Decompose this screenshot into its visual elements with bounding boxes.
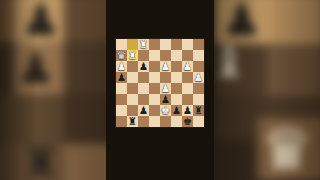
square-b1[interactable]: ♜ — [127, 116, 138, 127]
square-a6[interactable]: ♟ — [116, 61, 127, 72]
square-f4[interactable] — [171, 83, 182, 94]
square-e2[interactable]: ♚ — [160, 105, 171, 116]
square-h4[interactable] — [193, 83, 204, 94]
blurred-board-square — [215, 140, 257, 180]
piece-black-pawn: ♟ — [183, 105, 192, 116]
chess-board[interactable]: ♜♛♜♟♟♟♟♟♟♟♟♟♚♟♟♜♜♚ — [116, 39, 204, 127]
square-a5[interactable]: ♟ — [116, 72, 127, 83]
square-c7[interactable] — [138, 50, 149, 61]
square-e5[interactable] — [160, 72, 171, 83]
blurred-board-square — [64, 0, 107, 42]
square-a7[interactable]: ♛ — [116, 50, 127, 61]
square-f7[interactable] — [171, 50, 182, 61]
square-c6[interactable]: ♟ — [138, 61, 149, 72]
square-a4[interactable] — [116, 83, 127, 94]
square-e7[interactable] — [160, 50, 171, 61]
piece-white-pawn: ♟ — [161, 61, 170, 72]
piece-white-king: ♚ — [161, 105, 170, 116]
square-a1[interactable] — [116, 116, 127, 127]
square-d2[interactable] — [149, 105, 160, 116]
background-blur-left-content: ♟♟♜ — [0, 0, 107, 180]
blurred-board-square — [0, 42, 14, 94]
square-b8[interactable] — [127, 39, 138, 50]
square-c1[interactable] — [138, 116, 149, 127]
square-c2[interactable]: ♟ — [138, 105, 149, 116]
square-f5[interactable] — [171, 72, 182, 83]
background-blur-left: ♟♟♜ — [0, 0, 107, 180]
square-h5[interactable]: ♟ — [193, 72, 204, 83]
blurred-board-square — [0, 0, 14, 42]
background-blur-right-content: ♟♝♛ — [213, 0, 320, 180]
square-g2[interactable]: ♟ — [182, 105, 193, 116]
square-f8[interactable] — [171, 39, 182, 50]
square-c5[interactable] — [138, 72, 149, 83]
square-b4[interactable] — [127, 83, 138, 94]
square-f6[interactable] — [171, 61, 182, 72]
blurred-board-square — [64, 94, 107, 144]
square-c4[interactable] — [138, 83, 149, 94]
piece-white-rook: ♜ — [139, 39, 148, 50]
square-d4[interactable] — [149, 83, 160, 94]
square-b6[interactable] — [127, 61, 138, 72]
square-e1[interactable] — [160, 116, 171, 127]
blurred-board-square — [64, 144, 107, 180]
square-f1[interactable] — [171, 116, 182, 127]
square-e3[interactable]: ♟ — [160, 94, 171, 105]
square-d1[interactable] — [149, 116, 160, 127]
background-blur-right: ♟♝♛ — [213, 0, 320, 180]
piece-white-pawn: ♟ — [183, 61, 192, 72]
square-f3[interactable] — [171, 94, 182, 105]
square-b5[interactable] — [127, 72, 138, 83]
blurred-white-bishop-icon: ♝ — [213, 40, 248, 84]
square-d5[interactable] — [149, 72, 160, 83]
blurred-black-pawn-icon: ♟ — [16, 46, 55, 90]
square-h7[interactable] — [193, 50, 204, 61]
square-f2[interactable]: ♟ — [171, 105, 182, 116]
piece-white-queen: ♛ — [117, 50, 126, 61]
square-g6[interactable]: ♟ — [182, 61, 193, 72]
piece-white-pawn: ♟ — [194, 72, 203, 83]
square-a3[interactable] — [116, 94, 127, 105]
square-a8[interactable] — [116, 39, 127, 50]
square-c3[interactable] — [138, 94, 149, 105]
piece-white-rook: ♜ — [128, 50, 137, 61]
piece-white-pawn: ♟ — [161, 83, 170, 94]
square-e8[interactable] — [160, 39, 171, 50]
square-g5[interactable] — [182, 72, 193, 83]
piece-black-rook: ♜ — [194, 105, 203, 116]
piece-black-pawn: ♟ — [139, 61, 148, 72]
square-b3[interactable] — [127, 94, 138, 105]
square-d6[interactable] — [149, 61, 160, 72]
square-g1[interactable]: ♚ — [182, 116, 193, 127]
piece-black-rook: ♜ — [128, 116, 137, 127]
blurred-black-pawn-icon: ♟ — [20, 0, 61, 42]
square-g4[interactable] — [182, 83, 193, 94]
square-c8[interactable]: ♜ — [138, 39, 149, 50]
chess-board-frame: ♜♛♜♟♟♟♟♟♟♟♟♟♚♟♟♜♜♚ — [115, 38, 205, 128]
square-g8[interactable] — [182, 39, 193, 50]
square-d8[interactable] — [149, 39, 160, 50]
piece-white-pawn: ♟ — [117, 61, 126, 72]
square-h6[interactable] — [193, 61, 204, 72]
square-g3[interactable] — [182, 94, 193, 105]
square-g7[interactable] — [182, 50, 193, 61]
blurred-board-square — [267, 44, 320, 96]
square-h3[interactable] — [193, 94, 204, 105]
square-d3[interactable] — [149, 94, 160, 105]
square-b2[interactable] — [127, 105, 138, 116]
square-a2[interactable] — [116, 105, 127, 116]
square-h8[interactable] — [193, 39, 204, 50]
square-h2[interactable]: ♜ — [193, 105, 204, 116]
piece-black-pawn: ♟ — [139, 105, 148, 116]
blurred-board-square — [64, 42, 107, 94]
blurred-board-square — [267, 0, 320, 44]
square-d7[interactable] — [149, 50, 160, 61]
blurred-white-queen-icon: ♛ — [261, 120, 313, 178]
piece-black-pawn: ♟ — [172, 105, 181, 116]
square-h1[interactable] — [193, 116, 204, 127]
square-b7[interactable]: ♜ — [127, 50, 138, 61]
video-frame[interactable]: ♟♟♜ ♟♝♛ ♜♛♜♟♟♟♟♟♟♟♟♟♚♟♟♜♜♚ — [0, 0, 320, 180]
blurred-black-rook-icon: ♜ — [20, 140, 61, 180]
square-e4[interactable]: ♟ — [160, 83, 171, 94]
piece-black-pawn: ♟ — [117, 72, 126, 83]
square-e6[interactable]: ♟ — [160, 61, 171, 72]
piece-black-pawn: ♟ — [161, 94, 170, 105]
piece-black-king: ♚ — [183, 116, 192, 127]
